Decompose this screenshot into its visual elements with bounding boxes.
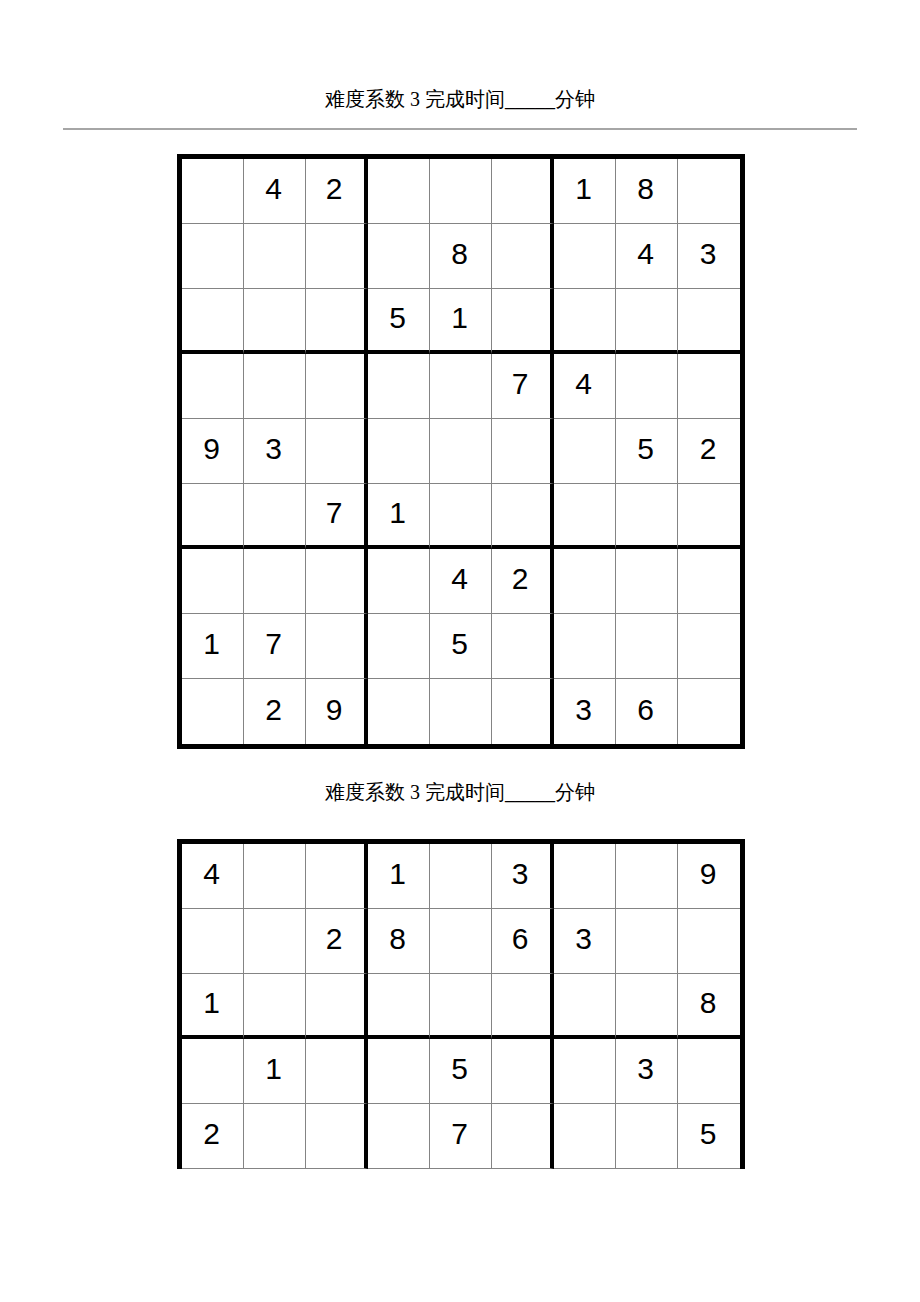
g2-given-r5c1: 2	[182, 1104, 244, 1169]
sudoku-grid-2: 4139286318153275	[177, 839, 745, 1169]
g1-cell-r9c1[interactable]	[182, 679, 244, 744]
g1-given-r9c2: 2	[244, 679, 306, 744]
g1-given-r1c2: 4	[244, 159, 306, 224]
g2-cell-r5c6[interactable]	[492, 1104, 554, 1169]
g2-cell-r2c5[interactable]	[430, 909, 492, 974]
g1-cell-r4c9[interactable]	[678, 354, 740, 419]
g1-given-r9c7: 3	[554, 679, 616, 744]
g2-cell-r3c8[interactable]	[616, 974, 678, 1039]
g1-cell-r8c4[interactable]	[368, 614, 430, 679]
g1-cell-r3c7[interactable]	[554, 289, 616, 354]
g2-given-r2c7: 3	[554, 909, 616, 974]
g1-cell-r2c6[interactable]	[492, 224, 554, 289]
g2-cell-r1c8[interactable]	[616, 844, 678, 909]
g1-cell-r3c3[interactable]	[306, 289, 368, 354]
g1-given-r1c8: 8	[616, 159, 678, 224]
g1-given-r2c5: 8	[430, 224, 492, 289]
g1-cell-r4c4[interactable]	[368, 354, 430, 419]
g1-cell-r2c3[interactable]	[306, 224, 368, 289]
g2-cell-r5c7[interactable]	[554, 1104, 616, 1169]
g2-cell-r2c9[interactable]	[678, 909, 740, 974]
g2-cell-r3c3[interactable]	[306, 974, 368, 1039]
g1-cell-r8c6[interactable]	[492, 614, 554, 679]
g1-given-r6c3: 7	[306, 484, 368, 549]
g1-cell-r8c8[interactable]	[616, 614, 678, 679]
g2-given-r4c8: 3	[616, 1039, 678, 1104]
g1-cell-r7c1[interactable]	[182, 549, 244, 614]
g1-given-r8c1: 1	[182, 614, 244, 679]
g1-cell-r7c4[interactable]	[368, 549, 430, 614]
g2-cell-r5c8[interactable]	[616, 1104, 678, 1169]
g1-given-r2c9: 3	[678, 224, 740, 289]
g2-cell-r3c2[interactable]	[244, 974, 306, 1039]
g2-given-r5c9: 5	[678, 1104, 740, 1169]
g2-given-r2c3: 2	[306, 909, 368, 974]
g2-cell-r3c5[interactable]	[430, 974, 492, 1039]
g2-cell-r3c4[interactable]	[368, 974, 430, 1039]
g1-given-r7c6: 2	[492, 549, 554, 614]
g2-cell-r4c6[interactable]	[492, 1039, 554, 1104]
g2-cell-r5c4[interactable]	[368, 1104, 430, 1169]
g2-given-r1c1: 4	[182, 844, 244, 909]
g1-cell-r2c2[interactable]	[244, 224, 306, 289]
g1-cell-r1c1[interactable]	[182, 159, 244, 224]
g1-cell-r4c5[interactable]	[430, 354, 492, 419]
sudoku-grid-1: 42188435174935271421752936	[177, 154, 745, 749]
g1-cell-r4c1[interactable]	[182, 354, 244, 419]
g1-cell-r4c2[interactable]	[244, 354, 306, 419]
g2-cell-r1c5[interactable]	[430, 844, 492, 909]
g1-cell-r3c2[interactable]	[244, 289, 306, 354]
g1-given-r6c4: 1	[368, 484, 430, 549]
g1-cell-r6c9[interactable]	[678, 484, 740, 549]
g1-cell-r5c7[interactable]	[554, 419, 616, 484]
g2-given-r2c6: 6	[492, 909, 554, 974]
g2-cell-r4c4[interactable]	[368, 1039, 430, 1104]
g1-cell-r1c6[interactable]	[492, 159, 554, 224]
g1-cell-r9c9[interactable]	[678, 679, 740, 744]
g1-cell-r3c6[interactable]	[492, 289, 554, 354]
g1-given-r8c2: 7	[244, 614, 306, 679]
g1-cell-r7c3[interactable]	[306, 549, 368, 614]
g2-cell-r5c3[interactable]	[306, 1104, 368, 1169]
g1-given-r4c7: 4	[554, 354, 616, 419]
g1-given-r3c4: 5	[368, 289, 430, 354]
g2-given-r3c9: 8	[678, 974, 740, 1039]
g2-cell-r4c7[interactable]	[554, 1039, 616, 1104]
g1-cell-r6c5[interactable]	[430, 484, 492, 549]
g1-cell-r3c1[interactable]	[182, 289, 244, 354]
g2-given-r4c2: 1	[244, 1039, 306, 1104]
g2-given-r1c6: 3	[492, 844, 554, 909]
g1-given-r8c5: 5	[430, 614, 492, 679]
g2-cell-r3c6[interactable]	[492, 974, 554, 1039]
g1-cell-r6c6[interactable]	[492, 484, 554, 549]
g1-cell-r5c4[interactable]	[368, 419, 430, 484]
g1-given-r3c5: 1	[430, 289, 492, 354]
puzzle-1-title: 难度系数 3 完成时间_____分钟	[0, 86, 920, 112]
g2-cell-r1c3[interactable]	[306, 844, 368, 909]
g1-cell-r9c6[interactable]	[492, 679, 554, 744]
g1-given-r5c1: 9	[182, 419, 244, 484]
g1-cell-r3c8[interactable]	[616, 289, 678, 354]
g2-cell-r1c7[interactable]	[554, 844, 616, 909]
g1-cell-r6c2[interactable]	[244, 484, 306, 549]
g1-cell-r1c4[interactable]	[368, 159, 430, 224]
g1-given-r9c3: 9	[306, 679, 368, 744]
g1-cell-r9c5[interactable]	[430, 679, 492, 744]
g2-given-r1c4: 1	[368, 844, 430, 909]
g2-given-r2c4: 8	[368, 909, 430, 974]
g1-cell-r5c6[interactable]	[492, 419, 554, 484]
g1-given-r1c3: 2	[306, 159, 368, 224]
g1-cell-r8c3[interactable]	[306, 614, 368, 679]
g1-given-r5c8: 5	[616, 419, 678, 484]
g2-given-r3c1: 1	[182, 974, 244, 1039]
header-divider	[63, 128, 857, 130]
g2-cell-r2c2[interactable]	[244, 909, 306, 974]
g1-cell-r6c1[interactable]	[182, 484, 244, 549]
g1-cell-r2c7[interactable]	[554, 224, 616, 289]
g2-given-r4c5: 5	[430, 1039, 492, 1104]
g2-given-r1c9: 9	[678, 844, 740, 909]
g1-cell-r9c4[interactable]	[368, 679, 430, 744]
g1-cell-r8c7[interactable]	[554, 614, 616, 679]
g1-cell-r2c4[interactable]	[368, 224, 430, 289]
g1-cell-r3c9[interactable]	[678, 289, 740, 354]
g1-cell-r5c5[interactable]	[430, 419, 492, 484]
g1-cell-r7c9[interactable]	[678, 549, 740, 614]
g1-given-r7c5: 4	[430, 549, 492, 614]
worksheet-page: 难度系数 3 完成时间_____分钟 421884351749352714217…	[0, 0, 920, 1302]
g2-cell-r1c2[interactable]	[244, 844, 306, 909]
g2-cell-r5c2[interactable]	[244, 1104, 306, 1169]
g2-cell-r3c7[interactable]	[554, 974, 616, 1039]
g1-cell-r4c3[interactable]	[306, 354, 368, 419]
g1-cell-r6c8[interactable]	[616, 484, 678, 549]
g1-given-r2c8: 4	[616, 224, 678, 289]
g1-cell-r2c1[interactable]	[182, 224, 244, 289]
g1-cell-r4c8[interactable]	[616, 354, 678, 419]
g2-cell-r2c1[interactable]	[182, 909, 244, 974]
g2-cell-r4c1[interactable]	[182, 1039, 244, 1104]
g1-cell-r7c7[interactable]	[554, 549, 616, 614]
g1-cell-r7c8[interactable]	[616, 549, 678, 614]
g1-cell-r1c9[interactable]	[678, 159, 740, 224]
g1-given-r9c8: 6	[616, 679, 678, 744]
g1-cell-r6c7[interactable]	[554, 484, 616, 549]
g1-given-r1c7: 1	[554, 159, 616, 224]
g1-cell-r7c2[interactable]	[244, 549, 306, 614]
g1-cell-r1c5[interactable]	[430, 159, 492, 224]
g2-cell-r4c9[interactable]	[678, 1039, 740, 1104]
puzzle-2-title: 难度系数 3 完成时间_____分钟	[0, 779, 920, 805]
g1-given-r5c9: 2	[678, 419, 740, 484]
g2-cell-r4c3[interactable]	[306, 1039, 368, 1104]
g1-given-r5c2: 3	[244, 419, 306, 484]
g1-given-r4c6: 7	[492, 354, 554, 419]
g1-cell-r8c9[interactable]	[678, 614, 740, 679]
g1-cell-r5c3[interactable]	[306, 419, 368, 484]
g2-cell-r2c8[interactable]	[616, 909, 678, 974]
g2-given-r5c5: 7	[430, 1104, 492, 1169]
